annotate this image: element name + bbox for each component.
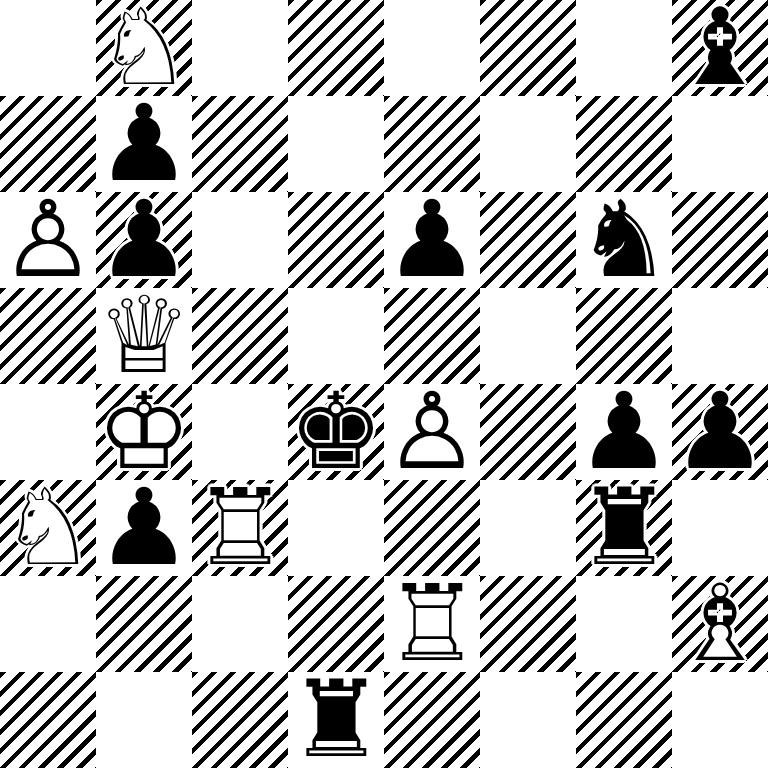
square-a8[interactable]	[0, 0, 96, 96]
square-b2[interactable]	[96, 576, 192, 672]
piece-black-pawn[interactable]: ♟	[96, 480, 192, 576]
piece-black-rook[interactable]: ♜	[576, 480, 672, 576]
square-h2[interactable]: ♝♗	[672, 576, 768, 672]
piece-white-rook[interactable]: ♖	[384, 576, 480, 672]
piece-black-pawn[interactable]: ♟	[96, 192, 192, 288]
square-b5[interactable]: ♛♕	[96, 288, 192, 384]
square-d2[interactable]	[288, 576, 384, 672]
square-g8[interactable]	[576, 0, 672, 96]
square-e5[interactable]	[384, 288, 480, 384]
square-c6[interactable]	[192, 192, 288, 288]
square-a7[interactable]	[0, 96, 96, 192]
square-h8[interactable]: ♝	[672, 0, 768, 96]
piece-black-pawn[interactable]: ♟	[672, 384, 768, 480]
piece-white-pawn[interactable]: ♙	[384, 384, 480, 480]
piece-black-king[interactable]: ♚	[288, 384, 384, 480]
square-b3[interactable]: ♟	[96, 480, 192, 576]
square-b7[interactable]: ♟	[96, 96, 192, 192]
square-g4[interactable]: ♟	[576, 384, 672, 480]
piece-white-knight-fill: ♞	[0, 480, 96, 576]
square-h1[interactable]	[672, 672, 768, 768]
square-a4[interactable]	[0, 384, 96, 480]
piece-black-pawn[interactable]: ♟	[96, 96, 192, 192]
piece-white-queen-fill: ♛	[96, 288, 192, 384]
piece-white-pawn[interactable]: ♙	[0, 192, 96, 288]
square-g5[interactable]	[576, 288, 672, 384]
square-g7[interactable]	[576, 96, 672, 192]
square-c8[interactable]	[192, 0, 288, 96]
square-a5[interactable]	[0, 288, 96, 384]
piece-white-pawn-fill: ♟	[0, 192, 96, 288]
square-e4[interactable]: ♟♙	[384, 384, 480, 480]
piece-white-pawn-fill: ♟	[384, 384, 480, 480]
square-e7[interactable]	[384, 96, 480, 192]
square-d4[interactable]: ♚	[288, 384, 384, 480]
square-f2[interactable]	[480, 576, 576, 672]
square-c3[interactable]: ♜♖	[192, 480, 288, 576]
piece-black-pawn[interactable]: ♟	[576, 384, 672, 480]
square-g6[interactable]: ♞	[576, 192, 672, 288]
chess-board: ♞♘♝♟♟♙♟♟♞♛♕♚♔♚♟♙♟♟♞♘♟♜♖♜♜♖♝♗♜	[0, 0, 768, 768]
square-g2[interactable]	[576, 576, 672, 672]
square-h3[interactable]	[672, 480, 768, 576]
square-h5[interactable]	[672, 288, 768, 384]
piece-white-king-fill: ♚	[96, 384, 192, 480]
square-e8[interactable]	[384, 0, 480, 96]
square-f1[interactable]	[480, 672, 576, 768]
square-b1[interactable]	[96, 672, 192, 768]
square-a3[interactable]: ♞♘	[0, 480, 96, 576]
square-e3[interactable]	[384, 480, 480, 576]
square-g1[interactable]	[576, 672, 672, 768]
square-d7[interactable]	[288, 96, 384, 192]
square-g3[interactable]: ♜	[576, 480, 672, 576]
square-a6[interactable]: ♟♙	[0, 192, 96, 288]
square-b6[interactable]: ♟	[96, 192, 192, 288]
square-c5[interactable]	[192, 288, 288, 384]
square-f4[interactable]	[480, 384, 576, 480]
piece-white-queen[interactable]: ♕	[96, 288, 192, 384]
square-c1[interactable]	[192, 672, 288, 768]
square-d5[interactable]	[288, 288, 384, 384]
square-b8[interactable]: ♞♘	[96, 0, 192, 96]
square-e1[interactable]	[384, 672, 480, 768]
square-c4[interactable]	[192, 384, 288, 480]
square-h6[interactable]	[672, 192, 768, 288]
piece-white-rook-fill: ♜	[384, 576, 480, 672]
piece-white-king[interactable]: ♔	[96, 384, 192, 480]
square-f8[interactable]	[480, 0, 576, 96]
piece-black-pawn[interactable]: ♟	[384, 192, 480, 288]
square-h7[interactable]	[672, 96, 768, 192]
piece-white-rook[interactable]: ♖	[192, 480, 288, 576]
piece-white-bishop[interactable]: ♗	[672, 576, 768, 672]
piece-white-knight[interactable]: ♘	[96, 0, 192, 96]
square-a2[interactable]	[0, 576, 96, 672]
square-f7[interactable]	[480, 96, 576, 192]
piece-white-rook-fill: ♜	[192, 480, 288, 576]
square-f3[interactable]	[480, 480, 576, 576]
square-e6[interactable]: ♟	[384, 192, 480, 288]
piece-black-knight[interactable]: ♞	[576, 192, 672, 288]
square-d6[interactable]	[288, 192, 384, 288]
square-c2[interactable]	[192, 576, 288, 672]
square-d3[interactable]	[288, 480, 384, 576]
piece-white-knight[interactable]: ♘	[0, 480, 96, 576]
square-h4[interactable]: ♟	[672, 384, 768, 480]
square-a1[interactable]	[0, 672, 96, 768]
square-b4[interactable]: ♚♔	[96, 384, 192, 480]
square-f5[interactable]	[480, 288, 576, 384]
square-d8[interactable]	[288, 0, 384, 96]
square-c7[interactable]	[192, 96, 288, 192]
piece-black-bishop[interactable]: ♝	[672, 0, 768, 96]
square-e2[interactable]: ♜♖	[384, 576, 480, 672]
square-f6[interactable]	[480, 192, 576, 288]
piece-white-bishop-fill: ♝	[672, 576, 768, 672]
piece-black-rook[interactable]: ♜	[288, 672, 384, 768]
square-d1[interactable]: ♜	[288, 672, 384, 768]
piece-white-knight-fill: ♞	[96, 0, 192, 96]
